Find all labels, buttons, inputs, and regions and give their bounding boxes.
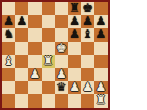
square-h5[interactable] <box>94 42 107 55</box>
square-c1[interactable] <box>28 94 41 107</box>
black-rook-f8: ♜ <box>69 2 80 15</box>
square-c4[interactable] <box>28 55 41 68</box>
white-pawn-f2: ♟ <box>69 81 80 94</box>
square-c5[interactable] <box>28 42 41 55</box>
square-c6[interactable] <box>28 28 41 41</box>
square-f3[interactable] <box>68 68 81 81</box>
square-e8[interactable] <box>55 2 68 15</box>
black-king-g8: ♚ <box>82 2 93 15</box>
black-bishop-g6: ♝ <box>82 28 93 41</box>
square-g7[interactable]: ♟ <box>81 15 94 28</box>
square-a6[interactable]: ♞ <box>2 28 15 41</box>
white-pawn-e3: ♟ <box>56 68 67 81</box>
square-g8[interactable]: ♚ <box>81 2 94 15</box>
square-a5[interactable] <box>2 42 15 55</box>
white-pawn-c3: ♟ <box>30 68 41 81</box>
square-f8[interactable]: ♜ <box>68 2 81 15</box>
square-d2[interactable] <box>42 81 55 94</box>
square-e3[interactable]: ♟ <box>55 68 68 81</box>
square-a4[interactable]: ♝ <box>2 55 15 68</box>
black-pawn-b7: ♟ <box>16 15 27 28</box>
square-d4[interactable]: ♜ <box>42 55 55 68</box>
square-h4[interactable] <box>94 55 107 68</box>
square-d8[interactable] <box>42 2 55 15</box>
square-a2[interactable] <box>2 81 15 94</box>
black-pawn-a7: ♟ <box>3 15 14 28</box>
white-king-e5: ♚ <box>56 42 67 55</box>
square-h8[interactable] <box>94 2 107 15</box>
black-pawn-g7: ♟ <box>82 15 93 28</box>
black-pawn-h7: ♟ <box>96 15 107 28</box>
square-a7[interactable]: ♟ <box>2 15 15 28</box>
white-rook-d4: ♜ <box>43 55 54 68</box>
square-c3[interactable]: ♟ <box>28 68 41 81</box>
square-g4[interactable] <box>81 55 94 68</box>
square-b5[interactable] <box>15 42 28 55</box>
square-f7[interactable]: ♟ <box>68 15 81 28</box>
square-a8[interactable] <box>2 2 15 15</box>
square-e5[interactable]: ♚ <box>55 42 68 55</box>
square-f6[interactable]: ♟ <box>68 28 81 41</box>
square-d6[interactable] <box>42 28 55 41</box>
square-g1[interactable] <box>81 94 94 107</box>
square-c2[interactable] <box>28 81 41 94</box>
square-h2[interactable]: ♟ <box>94 81 107 94</box>
square-h6[interactable]: ♟ <box>94 28 107 41</box>
black-pawn-f6: ♟ <box>69 28 80 41</box>
square-e4[interactable] <box>55 55 68 68</box>
square-b6[interactable] <box>15 28 28 41</box>
square-h3[interactable] <box>94 68 107 81</box>
square-f1[interactable] <box>68 94 81 107</box>
white-pawn-g2: ♟ <box>82 81 93 94</box>
square-h1[interactable]: ♜ <box>94 94 107 107</box>
square-a1[interactable] <box>2 94 15 107</box>
square-d1[interactable] <box>42 94 55 107</box>
square-b8[interactable] <box>15 2 28 15</box>
square-b4[interactable] <box>15 55 28 68</box>
white-bishop-a4: ♝ <box>3 55 14 68</box>
square-f4[interactable] <box>68 55 81 68</box>
square-c7[interactable] <box>28 15 41 28</box>
square-d5[interactable] <box>42 42 55 55</box>
square-f2[interactable]: ♟ <box>68 81 81 94</box>
square-e7[interactable] <box>55 15 68 28</box>
square-b1[interactable] <box>15 94 28 107</box>
square-g2[interactable]: ♟ <box>81 81 94 94</box>
square-b7[interactable]: ♟ <box>15 15 28 28</box>
square-g6[interactable]: ♝ <box>81 28 94 41</box>
square-g5[interactable] <box>81 42 94 55</box>
square-e1[interactable] <box>55 94 68 107</box>
square-h7[interactable]: ♟ <box>94 15 107 28</box>
square-b2[interactable] <box>15 81 28 94</box>
black-queen-e2: ♛ <box>56 81 67 94</box>
square-g3[interactable] <box>81 68 94 81</box>
square-b3[interactable] <box>15 68 28 81</box>
white-pawn-h2: ♟ <box>96 81 107 94</box>
square-e2[interactable]: ♛ <box>55 81 68 94</box>
square-e6[interactable] <box>55 28 68 41</box>
chess-board: ♜♚♟♟♟♟♟♞♟♝♟♚♝♜♟♟♛♟♟♟♜ <box>0 0 110 110</box>
square-a3[interactable] <box>2 68 15 81</box>
square-c8[interactable] <box>28 2 41 15</box>
square-d7[interactable] <box>42 15 55 28</box>
black-pawn-h6: ♟ <box>96 28 107 41</box>
square-f5[interactable] <box>68 42 81 55</box>
white-rook-h1: ♜ <box>96 94 107 107</box>
black-knight-a6: ♞ <box>3 28 14 41</box>
chess-board-grid: ♜♚♟♟♟♟♟♞♟♝♟♚♝♜♟♟♛♟♟♟♜ <box>2 2 108 108</box>
square-d3[interactable] <box>42 68 55 81</box>
black-pawn-f7: ♟ <box>69 15 80 28</box>
